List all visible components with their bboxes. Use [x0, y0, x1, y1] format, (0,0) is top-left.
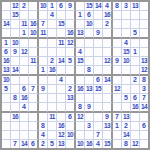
sudoku-cell-r10c16: 3	[140, 85, 148, 94]
sudoku-cell-r16c15: 12	[131, 140, 140, 148]
sudoku-cell-r7c14: 10	[122, 57, 131, 66]
sudoku-cell-r14c13: 1	[113, 122, 122, 131]
sudoku-cell-r13c11[interactable]	[94, 113, 103, 122]
sudoku-cell-r2c16[interactable]	[140, 11, 148, 20]
sudoku-cell-r8c3[interactable]	[20, 66, 29, 76]
sudoku-cell-r13c1[interactable]	[2, 113, 11, 122]
sudoku-cell-r13c14: 13	[122, 113, 131, 122]
sudoku-cell-r5c11[interactable]	[94, 39, 103, 48]
sudoku-cell-r15c11: 7	[94, 131, 103, 140]
sudoku-cell-r5c15[interactable]	[131, 39, 140, 48]
sudoku-cell-r6c4[interactable]	[29, 48, 39, 57]
sudoku-cell-r14c8[interactable]	[66, 122, 76, 131]
sudoku-cell-r2c8[interactable]	[66, 11, 76, 20]
sudoku-cell-r3c15[interactable]	[131, 20, 140, 29]
sudoku-cell-r4c2[interactable]	[11, 29, 20, 39]
sudoku-cell-r4c7[interactable]	[57, 29, 66, 39]
sudoku-cell-r10c1: 5	[2, 85, 11, 94]
sudoku-cell-r16c13[interactable]	[113, 140, 122, 148]
sudoku-cell-r10c7[interactable]	[57, 85, 66, 94]
sudoku-cell-r9c6[interactable]	[48, 76, 57, 85]
sudoku-cell-r12c1[interactable]	[2, 103, 11, 113]
sudoku-cell-r2c13[interactable]	[113, 11, 122, 20]
sudoku-cell-r14c16: 6	[140, 122, 148, 131]
sudoku-cell-r9c4[interactable]	[29, 76, 39, 85]
sudoku-cell-r3c12: 2	[103, 20, 113, 29]
sudoku-cell-r11c9[interactable]	[76, 94, 85, 103]
sudoku-cell-r7c6: 2	[48, 57, 57, 66]
sudoku-cell-r2c14[interactable]	[122, 11, 131, 20]
sudoku-cell-r3c7: 15	[57, 20, 66, 29]
sudoku-cell-r5c3[interactable]	[20, 39, 29, 48]
sudoku-cell-r10c4: 7	[29, 85, 39, 94]
sudoku-cell-r16c6: 5	[48, 140, 57, 148]
sudoku-cell-r15c4[interactable]	[29, 131, 39, 140]
sudoku-cell-r8c15[interactable]	[131, 66, 140, 76]
sudoku-cell-r14c6[interactable]	[48, 122, 57, 131]
sudoku-cell-r10c3: 6	[20, 85, 29, 94]
sudoku-cell-r11c3: 16	[20, 94, 29, 103]
sudoku-cell-r1c1[interactable]	[2, 2, 11, 11]
sudoku-cell-r5c9[interactable]	[76, 39, 85, 48]
sudoku-cell-r3c5: 7	[39, 20, 48, 29]
sudoku-cell-r2c15[interactable]	[131, 11, 140, 20]
sudoku-cell-r12c6[interactable]	[48, 103, 57, 113]
sudoku-cell-r4c9: 13	[76, 29, 85, 39]
sudoku-cell-r13c5[interactable]	[39, 113, 48, 122]
sudoku-cell-r14c2[interactable]	[11, 122, 20, 131]
sudoku-cell-r7c12: 12	[103, 57, 113, 66]
sudoku-cell-r3c10: 10	[85, 20, 94, 29]
sudoku-cell-r9c7: 4	[57, 76, 66, 85]
sudoku-cell-r2c12: 16	[103, 11, 113, 20]
sudoku-cell-r2c11[interactable]	[94, 11, 103, 20]
sudoku-cell-r12c4[interactable]	[29, 103, 39, 113]
sudoku-cell-r3c8[interactable]	[66, 20, 76, 29]
sudoku-cell-r8c10: 8	[85, 66, 94, 76]
sudoku-cell-r5c6[interactable]	[48, 39, 57, 48]
sudoku-cell-r12c12[interactable]	[103, 103, 113, 113]
sudoku-cell-r8c9[interactable]	[76, 66, 85, 76]
sudoku-cell-r7c7: 14	[57, 57, 66, 66]
sudoku-cell-r14c14: 2	[122, 122, 131, 131]
sudoku-cell-r13c4[interactable]	[29, 113, 39, 122]
sudoku-cell-r1c9[interactable]	[76, 2, 85, 11]
sudoku-cell-r10c5: 9	[39, 85, 48, 94]
sudoku-cell-r2c6: 4	[48, 11, 57, 20]
sudoku-cell-r5c14: 4	[122, 39, 131, 48]
sudoku-cell-r6c6[interactable]	[48, 48, 57, 57]
sudoku-cell-r6c14: 15	[122, 48, 131, 57]
sudoku-cell-r8c13[interactable]	[113, 66, 122, 76]
sudoku-cell-r16c9: 10	[76, 140, 85, 148]
sudoku-cell-r7c3[interactable]	[20, 57, 29, 66]
sudoku-cell-r4c13[interactable]	[113, 29, 122, 39]
sudoku-cell-r16c7: 13	[57, 140, 66, 148]
sudoku-cell-r5c10[interactable]	[85, 39, 94, 48]
sudoku-cell-r2c9: 1	[76, 11, 85, 20]
sudoku-cell-r14c12: 13	[103, 122, 113, 131]
sudoku-cell-r3c2[interactable]	[11, 20, 20, 29]
sudoku-board: 1221016915144831315416161411167151021101…	[0, 0, 150, 150]
sudoku-cell-r9c16: 8	[140, 76, 148, 85]
sudoku-cell-r14c1[interactable]	[2, 122, 11, 131]
sudoku-cell-r16c12: 15	[103, 140, 113, 148]
sudoku-cell-r15c5: 4	[39, 131, 48, 140]
sudoku-cell-r10c13: 12	[113, 85, 122, 94]
sudoku-cell-r4c6[interactable]	[48, 29, 57, 39]
sudoku-cell-r9c1: 10	[2, 76, 11, 85]
sudoku-cell-r9c3[interactable]	[20, 76, 29, 85]
sudoku-cell-r1c8: 9	[66, 2, 76, 11]
sudoku-cell-r14c11[interactable]	[94, 122, 103, 131]
sudoku-cell-r7c2[interactable]	[11, 57, 20, 66]
sudoku-cell-r6c13[interactable]	[113, 48, 122, 57]
sudoku-cell-r15c10[interactable]	[85, 131, 94, 140]
sudoku-cell-r3c6[interactable]	[48, 20, 57, 29]
sudoku-cell-r4c1[interactable]	[2, 29, 11, 39]
sudoku-cell-r13c15[interactable]	[131, 113, 140, 122]
sudoku-cell-r10c2[interactable]	[11, 85, 20, 94]
sudoku-cell-r11c12[interactable]	[103, 94, 113, 103]
sudoku-cell-r11c10[interactable]	[85, 94, 94, 103]
sudoku-cell-r16c8[interactable]	[66, 140, 76, 148]
sudoku-cell-r8c2: 14	[11, 66, 20, 76]
sudoku-cell-r13c10[interactable]	[85, 113, 94, 122]
sudoku-cell-r6c15: 1	[131, 48, 140, 57]
sudoku-cell-r3c1: 14	[2, 20, 11, 29]
sudoku-cell-r11c16: 7	[140, 94, 148, 103]
sudoku-cell-r3c14[interactable]	[122, 20, 131, 29]
sudoku-cell-r12c9: 8	[76, 103, 85, 113]
sudoku-cell-r15c13[interactable]	[113, 131, 122, 140]
sudoku-cell-r10c10: 13	[85, 85, 94, 94]
sudoku-cell-r7c4: 11	[29, 57, 39, 66]
sudoku-cell-r2c10: 6	[85, 11, 94, 20]
sudoku-cell-r15c9[interactable]	[76, 131, 85, 140]
sudoku-cell-r1c6: 1	[48, 2, 57, 11]
sudoku-cell-r11c7[interactable]	[57, 94, 66, 103]
sudoku-cell-r1c2: 12	[11, 2, 20, 11]
sudoku-cell-r13c13: 7	[113, 113, 122, 122]
sudoku-cell-r2c2: 15	[11, 11, 20, 20]
sudoku-cell-r2c3[interactable]	[20, 11, 29, 20]
sudoku-cell-r15c16[interactable]	[140, 131, 148, 140]
sudoku-cell-r13c2: 16	[11, 113, 20, 122]
sudoku-cell-r15c3[interactable]	[20, 131, 29, 140]
sudoku-cell-r10c14[interactable]	[122, 85, 131, 94]
sudoku-cell-r1c7: 6	[57, 2, 66, 11]
sudoku-cell-r15c15[interactable]	[131, 131, 140, 140]
sudoku-cell-r4c3: 1	[20, 29, 29, 39]
sudoku-cell-r7c11[interactable]	[94, 57, 103, 66]
sudoku-cell-r6c11[interactable]	[94, 48, 103, 57]
sudoku-cell-r15c6[interactable]	[48, 131, 57, 140]
sudoku-cell-r8c6: 16	[48, 66, 57, 76]
sudoku-cell-r1c12: 4	[103, 2, 113, 11]
sudoku-cell-r12c3: 4	[20, 103, 29, 113]
sudoku-cell-r6c2: 9	[11, 48, 20, 57]
sudoku-cell-r2c1[interactable]	[2, 11, 11, 20]
sudoku-cell-r10c9: 16	[76, 85, 85, 94]
sudoku-cell-r12c7[interactable]	[57, 103, 66, 113]
sudoku-cell-r2c4[interactable]	[29, 11, 39, 20]
sudoku-cell-r5c13[interactable]	[113, 39, 122, 48]
sudoku-cell-r8c8[interactable]	[66, 66, 76, 76]
sudoku-cell-r12c13[interactable]	[113, 103, 122, 113]
sudoku-cell-r3c16[interactable]	[140, 20, 148, 29]
sudoku-cell-r12c14[interactable]	[122, 103, 131, 113]
sudoku-cell-r5c12[interactable]	[103, 39, 113, 48]
sudoku-cell-r13c8: 6	[66, 113, 76, 122]
sudoku-cell-r3c11[interactable]	[94, 20, 103, 29]
sudoku-cell-r16c11: 4	[94, 140, 103, 148]
sudoku-cell-r10c6[interactable]	[48, 85, 57, 94]
sudoku-cell-r4c10[interactable]	[85, 29, 94, 39]
sudoku-cell-r9c2[interactable]	[11, 76, 20, 85]
sudoku-cell-r9c5[interactable]	[39, 76, 48, 85]
sudoku-cell-r8c11[interactable]	[94, 66, 103, 76]
sudoku-cell-r3c13[interactable]	[113, 20, 122, 29]
sudoku-cell-r14c7: 16	[57, 122, 66, 131]
sudoku-cell-r16c4: 6	[29, 140, 39, 148]
sudoku-cell-r7c9: 15	[76, 57, 85, 66]
sudoku-cell-r9c14[interactable]	[122, 76, 131, 85]
sudoku-cell-r5c7: 11	[57, 39, 66, 48]
sudoku-cell-r14c15[interactable]	[131, 122, 140, 131]
sudoku-cell-r3c3: 11	[20, 20, 29, 29]
sudoku-cell-r9c9[interactable]	[76, 76, 85, 85]
sudoku-cell-r13c7[interactable]	[57, 113, 66, 122]
sudoku-cell-r7c13: 9	[113, 57, 122, 66]
sudoku-cell-r4c14[interactable]	[122, 29, 131, 39]
sudoku-cell-r9c13[interactable]	[113, 76, 122, 85]
sudoku-cell-r12c15: 16	[131, 103, 140, 113]
sudoku-cell-r14c4[interactable]	[29, 122, 39, 131]
sudoku-cell-r14c10: 3	[85, 122, 94, 131]
sudoku-cell-r12c10: 9	[85, 103, 94, 113]
sudoku-cell-r16c14: 8	[122, 140, 131, 148]
sudoku-cell-r16c2: 7	[11, 140, 20, 148]
sudoku-cell-r10c8: 2	[66, 85, 76, 94]
sudoku-cell-r6c7[interactable]	[57, 48, 66, 57]
sudoku-cell-r6c5[interactable]	[39, 48, 48, 57]
sudoku-cell-r4c8: 16	[66, 29, 76, 39]
sudoku-cell-r8c16: 12	[140, 66, 148, 76]
sudoku-cell-r11c1[interactable]	[2, 94, 11, 103]
sudoku-cell-r7c8: 5	[66, 57, 76, 66]
sudoku-cell-r12c11[interactable]	[94, 103, 103, 113]
sudoku-cell-r7c16: 13	[140, 57, 148, 66]
sudoku-cell-r13c16[interactable]	[140, 113, 148, 122]
sudoku-cell-r3c9[interactable]	[76, 20, 85, 29]
sudoku-cell-r6c3: 12	[20, 48, 29, 57]
sudoku-cell-r16c16[interactable]	[140, 140, 148, 148]
sudoku-cell-r1c5: 10	[39, 2, 48, 11]
sudoku-cell-r12c8[interactable]	[66, 103, 76, 113]
sudoku-cell-r9c8[interactable]	[66, 76, 76, 85]
sudoku-cell-r5c5[interactable]	[39, 39, 48, 48]
sudoku-cell-r15c1[interactable]	[2, 131, 11, 140]
sudoku-cell-r10c15[interactable]	[131, 85, 140, 94]
sudoku-cell-r3c4: 16	[29, 20, 39, 29]
sudoku-cell-r14c3[interactable]	[20, 122, 29, 131]
sudoku-cell-r15c2[interactable]	[11, 131, 20, 140]
sudoku-cell-r13c3[interactable]	[20, 113, 29, 122]
sudoku-cell-r16c1[interactable]	[2, 140, 11, 148]
sudoku-cell-r15c12[interactable]	[103, 131, 113, 140]
sudoku-cell-r11c15: 6	[131, 94, 140, 103]
sudoku-cell-r11c4[interactable]	[29, 94, 39, 103]
sudoku-cell-r11c11[interactable]	[94, 94, 103, 103]
sudoku-cell-r1c13: 8	[113, 2, 122, 11]
sudoku-cell-r8c1: 13	[2, 66, 11, 76]
sudoku-cell-r12c5[interactable]	[39, 103, 48, 113]
sudoku-cell-r4c4: 10	[29, 29, 39, 39]
sudoku-cell-r1c16[interactable]	[140, 2, 148, 11]
sudoku-cell-r6c10[interactable]	[85, 48, 94, 57]
sudoku-cell-r2c5[interactable]	[39, 11, 48, 20]
sudoku-cell-r5c16[interactable]	[140, 39, 148, 48]
sudoku-cell-r9c12: 14	[103, 76, 113, 85]
sudoku-cell-r13c12: 9	[103, 113, 113, 122]
sudoku-cell-r6c12[interactable]	[103, 48, 113, 57]
sudoku-cell-r7c10[interactable]	[85, 57, 94, 66]
sudoku-cell-r1c11: 14	[94, 2, 103, 11]
sudoku-cell-r9c15: 2	[131, 76, 140, 85]
sudoku-cell-r9c10[interactable]	[85, 76, 94, 85]
sudoku-cell-r5c2: 10	[11, 39, 20, 48]
sudoku-cell-r1c4[interactable]	[29, 2, 39, 11]
sudoku-cell-r2c7[interactable]	[57, 11, 66, 20]
sudoku-cell-r10c11: 15	[94, 85, 103, 94]
sudoku-cell-r14c9[interactable]	[76, 122, 85, 131]
sudoku-cell-r4c5: 11	[39, 29, 48, 39]
sudoku-cell-r8c5: 1	[39, 66, 48, 76]
sudoku-cell-r14c5: 8	[39, 122, 48, 131]
sudoku-cell-r12c16: 14	[140, 103, 148, 113]
sudoku-cell-r6c1: 6	[2, 48, 11, 57]
sudoku-cell-r13c9: 12	[76, 113, 85, 122]
sudoku-cell-r1c3: 2	[20, 2, 29, 11]
sudoku-cell-r4c16[interactable]	[140, 29, 148, 39]
sudoku-cell-r11c6[interactable]	[48, 94, 57, 103]
sudoku-cell-r6c8[interactable]	[66, 48, 76, 57]
sudoku-cell-r4c12[interactable]	[103, 29, 113, 39]
sudoku-cell-r9c11: 6	[94, 76, 103, 85]
sudoku-cell-r16c3: 14	[20, 140, 29, 148]
sudoku-cell-r12c2[interactable]	[11, 103, 20, 113]
sudoku-cell-r6c9: 4	[76, 48, 85, 57]
sudoku-cell-r16c5: 2	[39, 140, 48, 148]
sudoku-cell-r5c4[interactable]	[29, 39, 39, 48]
sudoku-cell-r1c15: 13	[131, 2, 140, 11]
sudoku-cell-r11c5[interactable]	[39, 94, 48, 103]
sudoku-cell-r7c15[interactable]	[131, 57, 140, 66]
sudoku-cell-r13c6: 11	[48, 113, 57, 122]
sudoku-cell-r10c12[interactable]	[103, 85, 113, 94]
sudoku-cell-r7c5[interactable]	[39, 57, 48, 66]
sudoku-cell-r8c7[interactable]	[57, 66, 66, 76]
sudoku-cell-r4c15: 5	[131, 29, 140, 39]
sudoku-cell-r8c14[interactable]	[122, 66, 131, 76]
sudoku-cell-r4c11: 9	[94, 29, 103, 39]
sudoku-cell-r15c14: 14	[122, 131, 131, 140]
sudoku-cell-r1c14: 3	[122, 2, 131, 11]
sudoku-cell-r8c4[interactable]	[29, 66, 39, 76]
sudoku-cell-r11c8: 13	[66, 94, 76, 103]
sudoku-cell-r5c1: 1	[2, 39, 11, 48]
sudoku-cell-r8c12[interactable]	[103, 66, 113, 76]
sudoku-cell-r1c10: 15	[85, 2, 94, 11]
sudoku-cell-r5c8: 12	[66, 39, 76, 48]
sudoku-cell-r7c1: 16	[2, 57, 11, 66]
sudoku-cell-r6c16[interactable]	[140, 48, 148, 57]
sudoku-cell-r11c14: 5	[122, 94, 131, 103]
sudoku-cell-r15c7: 12	[57, 131, 66, 140]
sudoku-cell-r15c8: 10	[66, 131, 76, 140]
sudoku-cell-r11c2: 8	[11, 94, 20, 103]
sudoku-cell-r11c13[interactable]	[113, 94, 122, 103]
sudoku-cell-r16c10: 16	[85, 140, 94, 148]
